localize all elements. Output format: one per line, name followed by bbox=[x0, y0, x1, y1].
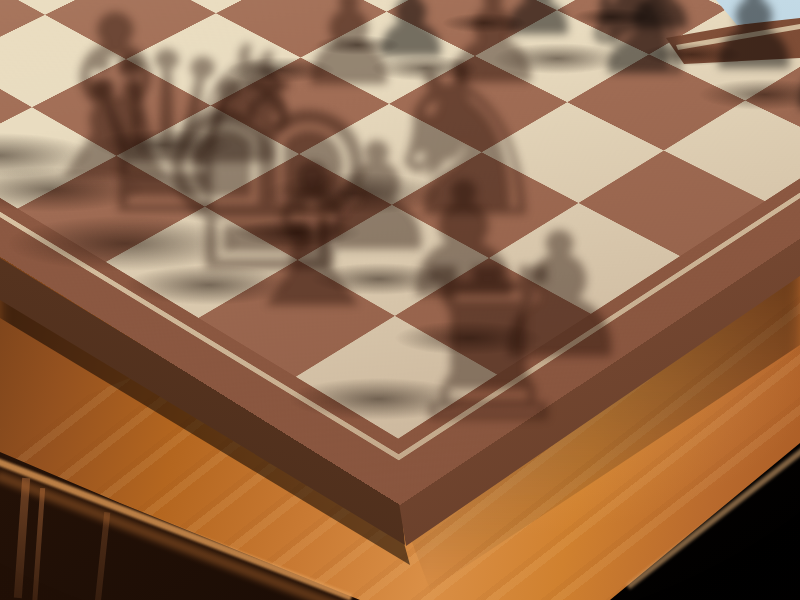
chess-photo-scene: ♟♟♟♟♞♟♟♟♞♝♛♞♟♚♟♝♟♜ bbox=[0, 0, 800, 600]
photo-vignette bbox=[0, 0, 800, 600]
